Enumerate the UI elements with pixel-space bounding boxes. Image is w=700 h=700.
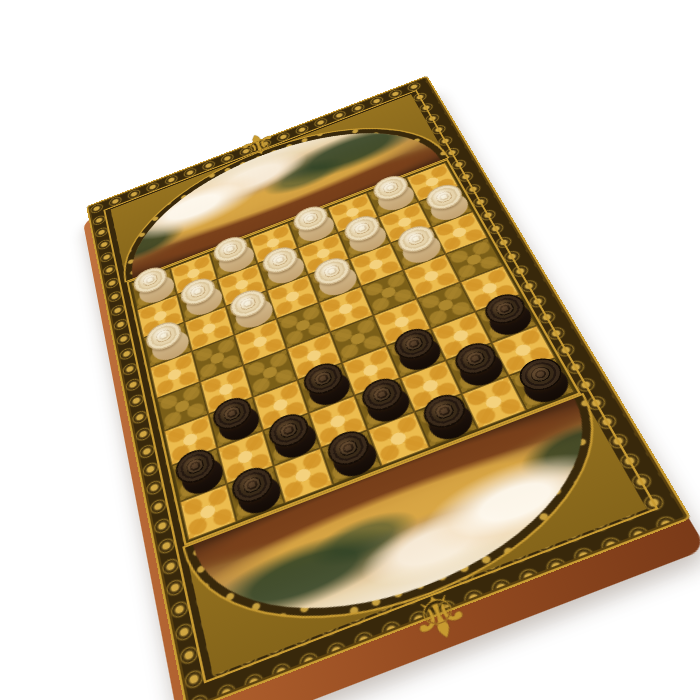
checker-piece-dark[interactable] <box>357 373 406 415</box>
checker-piece-dark[interactable] <box>265 409 312 452</box>
product-photo-scene: ⚜ ⚜ <box>0 0 700 700</box>
checker-piece-dark[interactable] <box>479 289 530 328</box>
checkers-board: ⚜ ⚜ <box>86 75 692 700</box>
checker-piece-light[interactable] <box>340 212 383 246</box>
board-3d-wrap: ⚜ ⚜ <box>86 75 692 700</box>
checker-piece-dark[interactable] <box>389 324 438 364</box>
board-square[interactable] <box>276 303 330 349</box>
checker-piece-dark[interactable] <box>228 462 276 508</box>
checker-piece-dark[interactable] <box>299 358 346 399</box>
